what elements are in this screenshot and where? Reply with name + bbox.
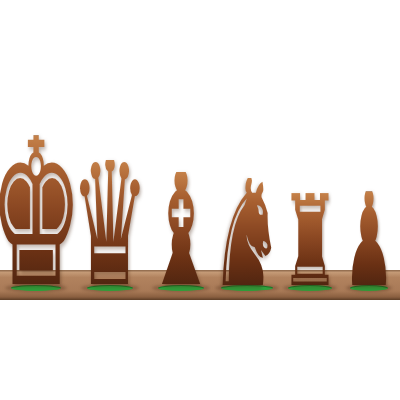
pawn-piece-glyph: ♟	[343, 191, 394, 288]
rook-piece-glyph: ♜	[280, 193, 339, 288]
bishop-piece-glyph: ♝	[144, 172, 217, 288]
knight-piece-glyph: ♞	[209, 178, 285, 288]
chess-set-photo: ♚ ♛ ♝ ♞ ♜ ♟	[0, 0, 400, 400]
queen-piece-glyph: ♛	[70, 160, 149, 288]
